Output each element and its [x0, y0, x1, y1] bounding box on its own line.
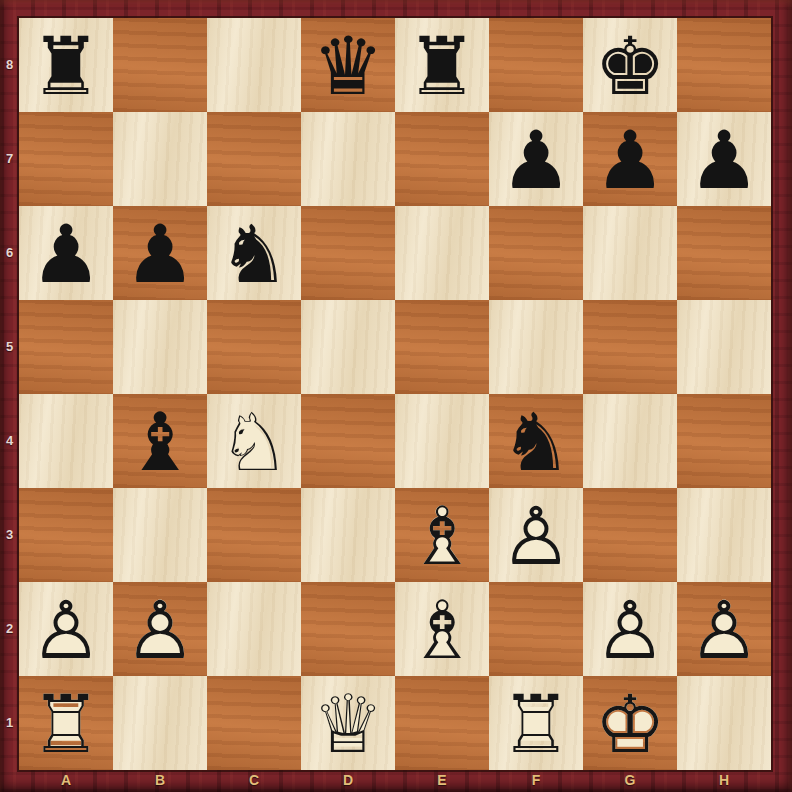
piece-glyph: ♚: [583, 19, 677, 113]
piece-white-rook: ♜♖: [19, 676, 113, 770]
rank-label-4: 4: [0, 394, 19, 488]
piece-black-pawn: ♟: [113, 206, 207, 300]
square-a6[interactable]: ♟: [19, 206, 113, 300]
square-d3[interactable]: [301, 488, 395, 582]
file-label-e: E: [395, 770, 489, 792]
piece-white-knight: ♞♘: [207, 394, 301, 488]
piece-white-bishop: ♝♗: [395, 488, 489, 582]
square-f7[interactable]: ♟: [489, 112, 583, 206]
file-label-b: B: [113, 770, 207, 792]
piece-black-knight: ♞: [207, 206, 301, 300]
piece-outline-layer: ♙: [19, 583, 113, 677]
square-a8[interactable]: ♜: [19, 18, 113, 112]
square-h2[interactable]: ♟♙: [677, 582, 771, 676]
piece-glyph: ♝: [113, 395, 207, 489]
square-a5[interactable]: [19, 300, 113, 394]
piece-glyph: ♟: [113, 207, 207, 301]
square-a3[interactable]: [19, 488, 113, 582]
square-d5[interactable]: [301, 300, 395, 394]
piece-black-rook: ♜: [395, 18, 489, 112]
square-h6[interactable]: [677, 206, 771, 300]
piece-glyph: ♟: [583, 113, 677, 207]
square-b5[interactable]: [113, 300, 207, 394]
piece-white-queen: ♛♕: [301, 676, 395, 770]
piece-white-bishop: ♝♗: [395, 582, 489, 676]
square-b8[interactable]: [113, 18, 207, 112]
chess-board: ♜♛♜♚♟♟♟♟♟♞♝♞♘♞♝♗♟♙♟♙♟♙♝♗♟♙♟♙♜♖♛♕♜♖♚♔: [19, 18, 771, 770]
square-f1[interactable]: ♜♖: [489, 676, 583, 770]
rank-label-8: 8: [0, 18, 19, 112]
piece-glyph: ♞: [207, 207, 301, 301]
piece-black-pawn: ♟: [583, 112, 677, 206]
square-a1[interactable]: ♜♖: [19, 676, 113, 770]
file-label-a: A: [19, 770, 113, 792]
piece-white-pawn: ♟♙: [19, 582, 113, 676]
square-e7[interactable]: [395, 112, 489, 206]
chess-board-frame: ♜♛♜♚♟♟♟♟♟♞♝♞♘♞♝♗♟♙♟♙♟♙♝♗♟♙♟♙♜♖♛♕♜♖♚♔ 876…: [0, 0, 792, 792]
piece-outline-layer: ♖: [19, 677, 113, 771]
square-d7[interactable]: [301, 112, 395, 206]
square-b6[interactable]: ♟: [113, 206, 207, 300]
piece-outline-layer: ♖: [489, 677, 583, 771]
piece-black-bishop: ♝: [113, 394, 207, 488]
piece-glyph: ♟: [489, 113, 583, 207]
square-d6[interactable]: [301, 206, 395, 300]
piece-black-pawn: ♟: [489, 112, 583, 206]
piece-black-pawn: ♟: [677, 112, 771, 206]
square-d8[interactable]: ♛: [301, 18, 395, 112]
square-h5[interactable]: [677, 300, 771, 394]
square-f2[interactable]: [489, 582, 583, 676]
piece-glyph: ♟: [19, 207, 113, 301]
square-c8[interactable]: [207, 18, 301, 112]
square-h3[interactable]: [677, 488, 771, 582]
square-g8[interactable]: ♚: [583, 18, 677, 112]
rank-label-3: 3: [0, 488, 19, 582]
piece-outline-layer: ♕: [301, 677, 395, 771]
piece-glyph: ♜: [19, 19, 113, 113]
square-g4[interactable]: [583, 394, 677, 488]
piece-glyph: ♛: [301, 19, 395, 113]
square-g6[interactable]: [583, 206, 677, 300]
square-e8[interactable]: ♜: [395, 18, 489, 112]
piece-black-queen: ♛: [301, 18, 395, 112]
piece-black-king: ♚: [583, 18, 677, 112]
square-a2[interactable]: ♟♙: [19, 582, 113, 676]
piece-white-pawn: ♟♙: [113, 582, 207, 676]
square-b4[interactable]: ♝: [113, 394, 207, 488]
square-b7[interactable]: [113, 112, 207, 206]
piece-black-pawn: ♟: [19, 206, 113, 300]
square-c6[interactable]: ♞: [207, 206, 301, 300]
piece-black-knight: ♞: [489, 394, 583, 488]
piece-outline-layer: ♘: [207, 395, 301, 489]
square-b1[interactable]: [113, 676, 207, 770]
square-f3[interactable]: ♟♙: [489, 488, 583, 582]
square-c4[interactable]: ♞♘: [207, 394, 301, 488]
rank-label-2: 2: [0, 582, 19, 676]
piece-outline-layer: ♙: [489, 489, 583, 583]
piece-black-rook: ♜: [19, 18, 113, 112]
piece-white-pawn: ♟♙: [583, 582, 677, 676]
piece-glyph: ♟: [677, 113, 771, 207]
square-g1[interactable]: ♚♔: [583, 676, 677, 770]
square-g5[interactable]: [583, 300, 677, 394]
square-g2[interactable]: ♟♙: [583, 582, 677, 676]
piece-glyph: ♞: [489, 395, 583, 489]
square-a7[interactable]: [19, 112, 113, 206]
square-b2[interactable]: ♟♙: [113, 582, 207, 676]
square-h4[interactable]: [677, 394, 771, 488]
piece-white-pawn: ♟♙: [677, 582, 771, 676]
square-c2[interactable]: [207, 582, 301, 676]
square-f4[interactable]: ♞: [489, 394, 583, 488]
square-h8[interactable]: [677, 18, 771, 112]
file-label-h: H: [677, 770, 771, 792]
square-a4[interactable]: [19, 394, 113, 488]
square-d4[interactable]: [301, 394, 395, 488]
square-d1[interactable]: ♛♕: [301, 676, 395, 770]
rank-label-5: 5: [0, 300, 19, 394]
square-f5[interactable]: [489, 300, 583, 394]
square-c3[interactable]: [207, 488, 301, 582]
square-d2[interactable]: [301, 582, 395, 676]
rank-label-7: 7: [0, 112, 19, 206]
piece-outline-layer: ♔: [583, 677, 677, 771]
square-e1[interactable]: [395, 676, 489, 770]
square-c1[interactable]: [207, 676, 301, 770]
square-e6[interactable]: [395, 206, 489, 300]
square-g7[interactable]: ♟: [583, 112, 677, 206]
piece-outline-layer: ♙: [677, 583, 771, 677]
square-c7[interactable]: [207, 112, 301, 206]
rank-label-6: 6: [0, 206, 19, 300]
square-e2[interactable]: ♝♗: [395, 582, 489, 676]
piece-white-rook: ♜♖: [489, 676, 583, 770]
piece-outline-layer: ♙: [113, 583, 207, 677]
square-c5[interactable]: [207, 300, 301, 394]
square-h1[interactable]: [677, 676, 771, 770]
file-label-g: G: [583, 770, 677, 792]
piece-white-king: ♚♔: [583, 676, 677, 770]
square-b3[interactable]: [113, 488, 207, 582]
square-f6[interactable]: [489, 206, 583, 300]
square-f8[interactable]: [489, 18, 583, 112]
piece-white-pawn: ♟♙: [489, 488, 583, 582]
square-e3[interactable]: ♝♗: [395, 488, 489, 582]
square-g3[interactable]: [583, 488, 677, 582]
file-label-c: C: [207, 770, 301, 792]
piece-outline-layer: ♗: [395, 583, 489, 677]
rank-label-1: 1: [0, 676, 19, 770]
file-label-f: F: [489, 770, 583, 792]
piece-outline-layer: ♙: [583, 583, 677, 677]
piece-glyph: ♜: [395, 19, 489, 113]
square-e5[interactable]: [395, 300, 489, 394]
file-label-d: D: [301, 770, 395, 792]
piece-outline-layer: ♗: [395, 489, 489, 583]
square-h7[interactable]: ♟: [677, 112, 771, 206]
square-e4[interactable]: [395, 394, 489, 488]
